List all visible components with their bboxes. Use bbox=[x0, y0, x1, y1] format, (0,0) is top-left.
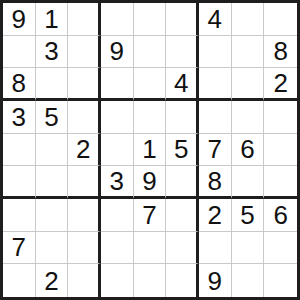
cell-r4c6-empty[interactable] bbox=[166, 101, 199, 134]
cell-r3c4-empty[interactable] bbox=[101, 68, 134, 101]
cell-r4c8-empty[interactable] bbox=[232, 101, 265, 134]
cell-r6c7-given-8[interactable]: 8 bbox=[199, 166, 232, 199]
cell-r9c5-empty[interactable] bbox=[134, 264, 167, 297]
cell-r3c9-given-2[interactable]: 2 bbox=[264, 68, 297, 101]
cell-r9c2-given-2[interactable]: 2 bbox=[36, 264, 69, 297]
cell-r2c3-empty[interactable] bbox=[68, 36, 101, 69]
cell-r6c1-empty[interactable] bbox=[3, 166, 36, 199]
cell-r3c2-empty[interactable] bbox=[36, 68, 69, 101]
cell-r5c1-empty[interactable] bbox=[3, 134, 36, 167]
cell-r3c1-given-8[interactable]: 8 bbox=[3, 68, 36, 101]
cell-r5c6-given-5[interactable]: 5 bbox=[166, 134, 199, 167]
cell-r7c7-given-2[interactable]: 2 bbox=[199, 199, 232, 232]
cell-r7c8-given-5[interactable]: 5 bbox=[232, 199, 265, 232]
cell-r1c5-empty[interactable] bbox=[134, 3, 167, 36]
cell-r4c5-empty[interactable] bbox=[134, 101, 167, 134]
cell-r9c7-given-9[interactable]: 9 bbox=[199, 264, 232, 297]
cell-r6c9-empty[interactable] bbox=[264, 166, 297, 199]
cell-r8c8-empty[interactable] bbox=[232, 232, 265, 265]
cell-r4c2-given-5[interactable]: 5 bbox=[36, 101, 69, 134]
cell-r8c3-empty[interactable] bbox=[68, 232, 101, 265]
cell-r9c1-empty[interactable] bbox=[3, 264, 36, 297]
cell-r9c3-empty[interactable] bbox=[68, 264, 101, 297]
cell-r4c9-empty[interactable] bbox=[264, 101, 297, 134]
cell-r6c2-empty[interactable] bbox=[36, 166, 69, 199]
cell-r3c6-given-4[interactable]: 4 bbox=[166, 68, 199, 101]
cell-r3c7-empty[interactable] bbox=[199, 68, 232, 101]
cell-r5c5-given-1[interactable]: 1 bbox=[134, 134, 167, 167]
cell-r7c2-empty[interactable] bbox=[36, 199, 69, 232]
cell-r5c4-empty[interactable] bbox=[101, 134, 134, 167]
cell-r6c4-given-3[interactable]: 3 bbox=[101, 166, 134, 199]
cell-r1c1-given-9[interactable]: 9 bbox=[3, 3, 36, 36]
cell-r1c7-given-4[interactable]: 4 bbox=[199, 3, 232, 36]
cell-r1c2-given-1[interactable]: 1 bbox=[36, 3, 69, 36]
cell-r6c8-empty[interactable] bbox=[232, 166, 265, 199]
cell-r4c3-empty[interactable] bbox=[68, 101, 101, 134]
cell-r6c5-given-9[interactable]: 9 bbox=[134, 166, 167, 199]
cell-r2c4-given-9[interactable]: 9 bbox=[101, 36, 134, 69]
sudoku-board: 91439884235215763987256729 bbox=[0, 0, 300, 300]
cell-r6c3-empty[interactable] bbox=[68, 166, 101, 199]
cell-r9c9-empty[interactable] bbox=[264, 264, 297, 297]
cell-r7c3-empty[interactable] bbox=[68, 199, 101, 232]
cell-r7c4-empty[interactable] bbox=[101, 199, 134, 232]
cell-r9c6-empty[interactable] bbox=[166, 264, 199, 297]
cell-r2c7-empty[interactable] bbox=[199, 36, 232, 69]
cell-r7c9-given-6[interactable]: 6 bbox=[264, 199, 297, 232]
cell-r9c8-empty[interactable] bbox=[232, 264, 265, 297]
cell-r8c7-empty[interactable] bbox=[199, 232, 232, 265]
cell-r5c9-empty[interactable] bbox=[264, 134, 297, 167]
cell-r7c5-given-7[interactable]: 7 bbox=[134, 199, 167, 232]
cell-r7c1-empty[interactable] bbox=[3, 199, 36, 232]
cell-r2c5-empty[interactable] bbox=[134, 36, 167, 69]
cell-r1c4-empty[interactable] bbox=[101, 3, 134, 36]
cell-r5c3-given-2[interactable]: 2 bbox=[68, 134, 101, 167]
cell-r5c2-empty[interactable] bbox=[36, 134, 69, 167]
cell-r1c6-empty[interactable] bbox=[166, 3, 199, 36]
cell-r4c4-empty[interactable] bbox=[101, 101, 134, 134]
cell-r1c9-empty[interactable] bbox=[264, 3, 297, 36]
cell-r8c1-given-7[interactable]: 7 bbox=[3, 232, 36, 265]
cell-r4c1-given-3[interactable]: 3 bbox=[3, 101, 36, 134]
cell-r2c1-empty[interactable] bbox=[3, 36, 36, 69]
cell-r1c3-empty[interactable] bbox=[68, 3, 101, 36]
cell-r6c6-empty[interactable] bbox=[166, 166, 199, 199]
cell-r8c2-empty[interactable] bbox=[36, 232, 69, 265]
cell-r8c5-empty[interactable] bbox=[134, 232, 167, 265]
cell-r5c7-given-7[interactable]: 7 bbox=[199, 134, 232, 167]
cell-r2c9-given-8[interactable]: 8 bbox=[264, 36, 297, 69]
cell-r3c5-empty[interactable] bbox=[134, 68, 167, 101]
cell-r7c6-empty[interactable] bbox=[166, 199, 199, 232]
cell-r2c2-given-3[interactable]: 3 bbox=[36, 36, 69, 69]
cell-r8c6-empty[interactable] bbox=[166, 232, 199, 265]
cell-r1c8-empty[interactable] bbox=[232, 3, 265, 36]
cell-r3c8-empty[interactable] bbox=[232, 68, 265, 101]
cell-r8c4-empty[interactable] bbox=[101, 232, 134, 265]
cell-r9c4-empty[interactable] bbox=[101, 264, 134, 297]
cell-r4c7-empty[interactable] bbox=[199, 101, 232, 134]
cell-r5c8-given-6[interactable]: 6 bbox=[232, 134, 265, 167]
cell-r3c3-empty[interactable] bbox=[68, 68, 101, 101]
cell-r2c6-empty[interactable] bbox=[166, 36, 199, 69]
cell-r2c8-empty[interactable] bbox=[232, 36, 265, 69]
cell-r8c9-empty[interactable] bbox=[264, 232, 297, 265]
